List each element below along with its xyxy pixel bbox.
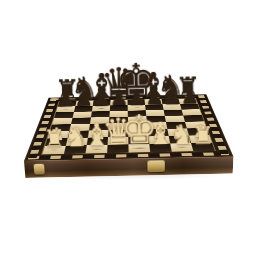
piece-white-r-h1: ♜ xyxy=(191,124,214,148)
piece-shadow xyxy=(149,107,159,108)
piece-shadow xyxy=(78,108,88,109)
piece-shadow xyxy=(60,103,73,105)
piece-white-n-g1: ♞ xyxy=(168,121,193,148)
piece-shadow xyxy=(175,139,183,140)
piece-black-b-f8: ♝ xyxy=(137,69,169,103)
brass-latch-left-icon xyxy=(33,164,44,175)
piece-black-p-h7: ♟ xyxy=(179,86,198,107)
piece-white-p-c2: ♟ xyxy=(89,125,105,142)
piece-white-p-d2: ♟ xyxy=(109,124,125,141)
piece-black-b-c8: ♝ xyxy=(85,70,117,104)
piece-shadow xyxy=(175,146,188,148)
board-frame: ♜♞♝♛♚♝♞♜♟♟♟♟♟♟♟♟♟♟♟♟♟♟♟♟♜♞♝♛♚♝♞♜ xyxy=(24,94,233,161)
piece-black-p-g7: ♟ xyxy=(162,87,181,108)
piece-shadow xyxy=(60,109,70,110)
piece-white-q-d1: ♛ xyxy=(101,114,134,149)
piece-shadow xyxy=(93,102,109,104)
piece-black-n-g8: ♞ xyxy=(155,72,184,103)
piece-shadow xyxy=(184,106,194,107)
piece-white-r-a1: ♜ xyxy=(42,127,65,151)
piece-black-n-b8: ♞ xyxy=(69,73,98,104)
pieces-layer: ♜♞♝♛♚♝♞♜♟♟♟♟♟♟♟♟♟♟♟♟♟♟♟♟♜♞♝♛♚♝♞♜ xyxy=(24,94,233,161)
piece-shadow xyxy=(77,102,91,104)
piece-black-k-e8: ♚ xyxy=(114,59,156,103)
piece-black-p-c7: ♟ xyxy=(91,88,110,109)
piece-black-r-h8: ♜ xyxy=(174,74,200,101)
piece-shadow xyxy=(145,101,161,103)
piece-shadow xyxy=(181,100,194,102)
piece-shadow xyxy=(114,107,124,108)
piece-black-r-a8: ♜ xyxy=(54,77,80,104)
chess-board: ♜♞♝♛♚♝♞♜♟♟♟♟♟♟♟♟♟♟♟♟♟♟♟♟♜♞♝♛♚♝♞♜ xyxy=(24,94,233,161)
piece-shadow xyxy=(69,149,82,151)
piece-black-p-f7: ♟ xyxy=(144,87,163,108)
piece-shadow xyxy=(125,101,146,104)
product-photo: ♜♞♝♛♚♝♞♜♟♟♟♟♟♟♟♟♟♟♟♟♟♟♟♟♜♞♝♛♚♝♞♜ xyxy=(0,0,255,255)
piece-shadow xyxy=(89,148,103,150)
piece-shadow xyxy=(48,149,60,151)
piece-shadow xyxy=(73,141,81,142)
piece-shadow xyxy=(130,147,148,150)
piece-shadow xyxy=(109,147,125,150)
piece-shadow xyxy=(196,146,208,148)
piece-shadow xyxy=(166,106,176,107)
piece-white-b-c1: ♝ xyxy=(82,120,110,149)
piece-black-q-d8: ♛ xyxy=(99,63,137,103)
piece-shadow xyxy=(196,138,204,139)
piece-white-n-b1: ♞ xyxy=(62,123,87,150)
piece-black-p-b7: ♟ xyxy=(73,89,92,110)
piece-shadow xyxy=(163,101,178,103)
piece-shadow xyxy=(131,107,141,108)
piece-shadow xyxy=(153,147,167,149)
piece-white-b-f1: ♝ xyxy=(146,119,174,148)
piece-white-p-a2: ♟ xyxy=(48,126,64,143)
brass-clasp-center-icon xyxy=(147,160,164,172)
